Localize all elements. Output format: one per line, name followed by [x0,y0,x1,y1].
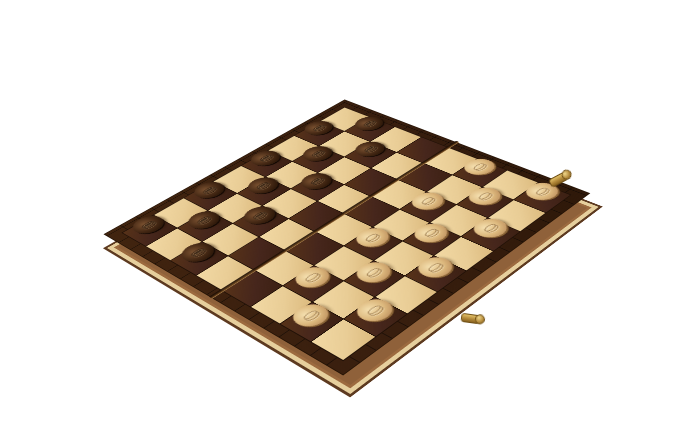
light-checker-piece: ⛀ [408,220,454,246]
board-grid: ⛂⛂⛂⛂⛂⛂⛂⛂⛂⛂⛂⛂⛀⛀⛀⛀⛀⛀⛀⛀⛀⛀⛀⛀ [121,107,571,361]
dark-checker-piece: ⛂ [175,239,220,265]
light-checker-piece: ⛀ [458,156,501,178]
brass-latch-near-icon [460,313,480,325]
checkers-board: ⛂⛂⛂⛂⛂⛂⛂⛂⛂⛂⛂⛂⛀⛀⛀⛀⛀⛀⛀⛀⛀⛀⛀⛀ [103,100,590,376]
product-photo-canvas: ⛂⛂⛂⛂⛂⛂⛂⛂⛂⛂⛂⛂⛀⛀⛀⛀⛀⛀⛀⛀⛀⛀⛀⛀ [0,0,700,446]
board-face: ⛂⛂⛂⛂⛂⛂⛂⛂⛂⛂⛂⛂⛀⛀⛀⛀⛀⛀⛀⛀⛀⛀⛀⛀ [103,100,590,376]
